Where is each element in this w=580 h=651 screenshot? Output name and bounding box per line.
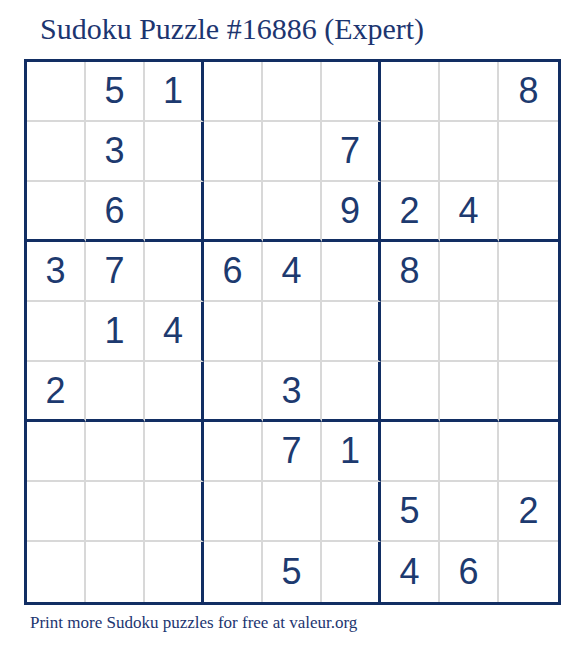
sudoku-cell[interactable] [440, 122, 499, 182]
sudoku-cell[interactable] [381, 302, 440, 362]
sudoku-cell[interactable] [322, 542, 381, 602]
sudoku-cell[interactable] [145, 182, 204, 242]
sudoku-cell[interactable]: 1 [145, 62, 204, 122]
sudoku-cell[interactable]: 4 [145, 302, 204, 362]
footer-text: Print more Sudoku puzzles for free at va… [30, 613, 357, 633]
sudoku-cell[interactable] [440, 422, 499, 482]
sudoku-cell[interactable] [204, 302, 263, 362]
sudoku-cell[interactable] [322, 302, 381, 362]
sudoku-cell[interactable] [322, 62, 381, 122]
sudoku-cell[interactable] [27, 542, 86, 602]
sudoku-cell[interactable] [204, 62, 263, 122]
sudoku-cell[interactable] [381, 362, 440, 422]
sudoku-cell[interactable] [27, 422, 86, 482]
sudoku-cell[interactable] [263, 482, 322, 542]
sudoku-cell[interactable] [440, 302, 499, 362]
sudoku-cell[interactable] [27, 302, 86, 362]
sudoku-cell[interactable] [263, 182, 322, 242]
sudoku-cell[interactable]: 8 [381, 242, 440, 302]
sudoku-cell[interactable] [145, 362, 204, 422]
sudoku-grid: 5183769243764814237152546 [24, 59, 561, 605]
sudoku-cell[interactable] [499, 122, 558, 182]
sudoku-cell[interactable] [204, 362, 263, 422]
sudoku-cell[interactable] [145, 242, 204, 302]
sudoku-cell[interactable] [499, 542, 558, 602]
sudoku-cell[interactable] [86, 362, 145, 422]
sudoku-cell[interactable] [204, 182, 263, 242]
sudoku-cell[interactable]: 7 [86, 242, 145, 302]
sudoku-cell[interactable]: 5 [263, 542, 322, 602]
sudoku-cell[interactable] [204, 542, 263, 602]
sudoku-cell[interactable]: 4 [381, 542, 440, 602]
sudoku-cell[interactable] [27, 482, 86, 542]
sudoku-cell[interactable]: 4 [440, 182, 499, 242]
sudoku-cell[interactable] [204, 122, 263, 182]
sudoku-cell[interactable] [86, 422, 145, 482]
sudoku-cell[interactable]: 1 [86, 302, 145, 362]
sudoku-cell[interactable] [499, 362, 558, 422]
sudoku-cell[interactable]: 2 [499, 482, 558, 542]
sudoku-cell[interactable] [440, 62, 499, 122]
sudoku-cell[interactable]: 6 [440, 542, 499, 602]
sudoku-cell[interactable] [86, 542, 145, 602]
sudoku-cell[interactable] [27, 182, 86, 242]
sudoku-cell[interactable]: 7 [263, 422, 322, 482]
sudoku-cell[interactable]: 6 [204, 242, 263, 302]
sudoku-cell[interactable] [440, 362, 499, 422]
sudoku-cell[interactable] [322, 362, 381, 422]
sudoku-cell[interactable] [263, 122, 322, 182]
sudoku-cell[interactable] [381, 62, 440, 122]
sudoku-cell[interactable] [204, 422, 263, 482]
page-title: Sudoku Puzzle #16886 (Expert) [40, 12, 424, 46]
sudoku-cell[interactable] [263, 302, 322, 362]
sudoku-cell[interactable]: 5 [86, 62, 145, 122]
sudoku-cell[interactable] [27, 62, 86, 122]
sudoku-cell[interactable] [263, 62, 322, 122]
sudoku-cell[interactable] [499, 242, 558, 302]
sudoku-cell[interactable]: 3 [86, 122, 145, 182]
sudoku-cell[interactable] [381, 422, 440, 482]
sudoku-cell[interactable]: 7 [322, 122, 381, 182]
sudoku-cell[interactable] [499, 182, 558, 242]
sudoku-cell[interactable]: 3 [263, 362, 322, 422]
sudoku-cell[interactable] [440, 482, 499, 542]
sudoku-cell[interactable] [27, 122, 86, 182]
sudoku-cell[interactable] [499, 422, 558, 482]
sudoku-cell[interactable]: 4 [263, 242, 322, 302]
sudoku-cell[interactable] [381, 122, 440, 182]
sudoku-cell[interactable] [145, 482, 204, 542]
sudoku-cell[interactable] [440, 242, 499, 302]
sudoku-cell[interactable] [86, 482, 145, 542]
sudoku-cell[interactable] [204, 482, 263, 542]
sudoku-cell[interactable]: 3 [27, 242, 86, 302]
sudoku-cell[interactable]: 1 [322, 422, 381, 482]
sudoku-cell[interactable]: 2 [381, 182, 440, 242]
sudoku-cell[interactable]: 8 [499, 62, 558, 122]
sudoku-cell[interactable] [145, 542, 204, 602]
sudoku-cell[interactable] [145, 122, 204, 182]
sudoku-cell[interactable]: 9 [322, 182, 381, 242]
sudoku-cell[interactable]: 2 [27, 362, 86, 422]
sudoku-cell[interactable] [145, 422, 204, 482]
sudoku-cell[interactable]: 5 [381, 482, 440, 542]
sudoku-cell[interactable]: 6 [86, 182, 145, 242]
sudoku-cell[interactable] [322, 242, 381, 302]
sudoku-cell[interactable] [499, 302, 558, 362]
sudoku-cell[interactable] [322, 482, 381, 542]
